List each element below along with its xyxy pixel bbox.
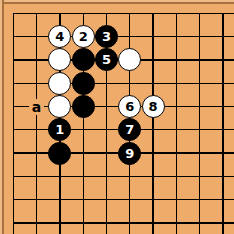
move-number: 2 — [79, 30, 88, 43]
go-board: 4235a68179 — [0, 0, 234, 234]
move-number: 3 — [102, 30, 111, 43]
grid-vline — [176, 13, 177, 234]
move-number: 6 — [125, 100, 134, 113]
grid-vline — [152, 13, 153, 234]
white-stone — [118, 48, 141, 71]
white-stone — [48, 95, 71, 118]
grid-hline — [13, 83, 234, 84]
grid-vline — [36, 13, 37, 234]
white-stone-move-8: 8 — [142, 95, 165, 118]
black-stone — [72, 95, 95, 118]
black-stone — [72, 48, 95, 71]
grid-hline — [13, 176, 234, 177]
grid-hline — [13, 199, 234, 200]
black-stone-move-3: 3 — [95, 25, 118, 48]
grid-vline — [13, 13, 14, 234]
point-label-a: a — [29, 99, 44, 115]
grid-hline — [13, 222, 234, 223]
grid-vline — [222, 13, 223, 234]
black-stone-move-1: 1 — [48, 118, 71, 141]
white-stone-move-6: 6 — [118, 95, 141, 118]
white-stone-move-4: 4 — [48, 25, 71, 48]
black-stone — [48, 142, 71, 165]
grid-hline — [13, 36, 234, 37]
move-number: 5 — [102, 53, 111, 66]
white-stone — [48, 72, 71, 95]
move-number: 7 — [125, 123, 134, 136]
black-stone-move-9: 9 — [118, 142, 141, 165]
white-stone-move-2: 2 — [72, 25, 95, 48]
board-frame-left-shadow — [2, 0, 4, 234]
black-stone — [72, 72, 95, 95]
move-number: 4 — [55, 30, 64, 43]
move-number: 8 — [149, 100, 158, 113]
white-stone — [48, 48, 71, 71]
grid-hline — [13, 13, 234, 14]
grid-vline — [199, 13, 200, 234]
black-stone-move-5: 5 — [95, 48, 118, 71]
black-stone-move-7: 7 — [118, 118, 141, 141]
move-number: 1 — [55, 123, 64, 136]
board-frame-top-shadow — [0, 2, 234, 4]
go-diagram: 4235a68179 — [0, 0, 234, 234]
move-number: 9 — [125, 147, 134, 160]
